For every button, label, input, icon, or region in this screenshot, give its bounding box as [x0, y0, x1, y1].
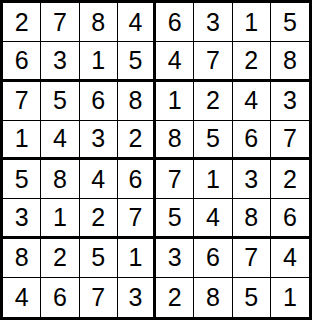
cell-r1c7[interactable]: 1	[233, 3, 271, 42]
cell-r6c5[interactable]: 5	[156, 199, 194, 238]
cell-r7c7[interactable]: 7	[233, 239, 271, 278]
cell-r1c4[interactable]: 4	[118, 3, 156, 42]
cell-r3c2[interactable]: 5	[41, 82, 79, 121]
cell-r7c8[interactable]: 4	[271, 239, 309, 278]
cell-r6c3[interactable]: 2	[80, 199, 118, 238]
cell-r6c7[interactable]: 8	[233, 199, 271, 238]
cell-r4c5[interactable]: 8	[156, 121, 194, 160]
cell-r8c2[interactable]: 6	[41, 278, 79, 317]
cell-r5c7[interactable]: 3	[233, 160, 271, 199]
cell-r2c8[interactable]: 8	[271, 42, 309, 81]
cell-r2c3[interactable]: 1	[80, 42, 118, 81]
cell-r7c5[interactable]: 3	[156, 239, 194, 278]
cell-r2c6[interactable]: 7	[194, 42, 232, 81]
cell-r4c7[interactable]: 6	[233, 121, 271, 160]
cell-r7c1[interactable]: 8	[3, 239, 41, 278]
cell-r7c3[interactable]: 5	[80, 239, 118, 278]
cell-r2c1[interactable]: 6	[3, 42, 41, 81]
cell-r4c3[interactable]: 3	[80, 121, 118, 160]
cell-r5c6[interactable]: 1	[194, 160, 232, 199]
cell-r2c2[interactable]: 3	[41, 42, 79, 81]
sudoku-board: 2784631563154728756812431432856758467132…	[0, 0, 312, 320]
cell-r8c4[interactable]: 3	[118, 278, 156, 317]
cell-r8c5[interactable]: 2	[156, 278, 194, 317]
cell-r2c7[interactable]: 2	[233, 42, 271, 81]
cell-r1c8[interactable]: 5	[271, 3, 309, 42]
cell-r8c3[interactable]: 7	[80, 278, 118, 317]
cell-r1c3[interactable]: 8	[80, 3, 118, 42]
cell-r8c8[interactable]: 1	[271, 278, 309, 317]
cell-r3c8[interactable]: 3	[271, 82, 309, 121]
cell-r3c7[interactable]: 4	[233, 82, 271, 121]
cell-r3c6[interactable]: 2	[194, 82, 232, 121]
cell-r8c7[interactable]: 5	[233, 278, 271, 317]
cell-r5c5[interactable]: 7	[156, 160, 194, 199]
cell-r1c2[interactable]: 7	[41, 3, 79, 42]
cell-r3c1[interactable]: 7	[3, 82, 41, 121]
cell-r7c6[interactable]: 6	[194, 239, 232, 278]
cell-r6c8[interactable]: 6	[271, 199, 309, 238]
cell-r5c2[interactable]: 8	[41, 160, 79, 199]
cell-r1c1[interactable]: 2	[3, 3, 41, 42]
cell-r4c6[interactable]: 5	[194, 121, 232, 160]
cell-r3c4[interactable]: 8	[118, 82, 156, 121]
cell-r3c5[interactable]: 1	[156, 82, 194, 121]
cell-r3c3[interactable]: 6	[80, 82, 118, 121]
cell-r6c1[interactable]: 3	[3, 199, 41, 238]
cell-r5c3[interactable]: 4	[80, 160, 118, 199]
cell-r4c4[interactable]: 2	[118, 121, 156, 160]
cell-r7c4[interactable]: 1	[118, 239, 156, 278]
cell-r5c4[interactable]: 6	[118, 160, 156, 199]
cell-r8c6[interactable]: 8	[194, 278, 232, 317]
cell-r7c2[interactable]: 2	[41, 239, 79, 278]
cell-r6c6[interactable]: 4	[194, 199, 232, 238]
cell-r4c8[interactable]: 7	[271, 121, 309, 160]
cell-r4c2[interactable]: 4	[41, 121, 79, 160]
cell-r5c1[interactable]: 5	[3, 160, 41, 199]
cell-r1c6[interactable]: 3	[194, 3, 232, 42]
sudoku-page: 2784631563154728756812431432856758467132…	[0, 0, 312, 320]
cell-r2c5[interactable]: 4	[156, 42, 194, 81]
cell-r2c4[interactable]: 5	[118, 42, 156, 81]
cell-r6c4[interactable]: 7	[118, 199, 156, 238]
cell-r6c2[interactable]: 1	[41, 199, 79, 238]
cell-r5c8[interactable]: 2	[271, 160, 309, 199]
cell-r8c1[interactable]: 4	[3, 278, 41, 317]
cell-r4c1[interactable]: 1	[3, 121, 41, 160]
cell-r1c5[interactable]: 6	[156, 3, 194, 42]
